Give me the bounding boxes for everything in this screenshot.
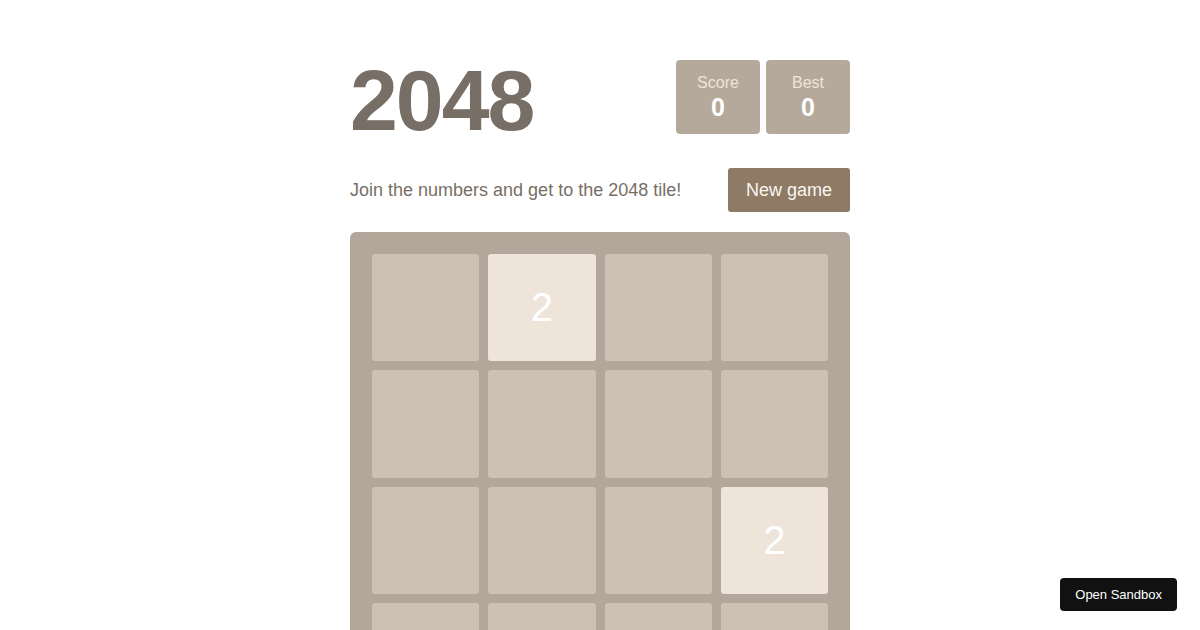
board[interactable]: 22 — [350, 232, 850, 630]
empty-cell — [372, 254, 479, 361]
game-container: 2048 Score 0 Best 0 Join the numbers and… — [350, 0, 850, 630]
empty-cell — [372, 603, 479, 630]
tile-2: 2 — [721, 487, 828, 594]
best-label: Best — [792, 73, 824, 93]
score-panel: Score 0 Best 0 — [676, 60, 850, 134]
tile-2: 2 — [488, 254, 595, 361]
empty-cell — [488, 603, 595, 630]
empty-cell — [488, 487, 595, 594]
best-value: 0 — [801, 93, 815, 122]
score-box: Score 0 — [676, 60, 760, 134]
empty-cell — [605, 254, 712, 361]
empty-cell — [605, 487, 712, 594]
game-tagline: Join the numbers and get to the 2048 til… — [350, 180, 681, 201]
empty-cell — [721, 370, 828, 477]
empty-cell — [488, 370, 595, 477]
empty-cell — [605, 370, 712, 477]
header: 2048 Score 0 Best 0 — [350, 60, 850, 140]
page-title: 2048 — [350, 60, 533, 140]
best-box: Best 0 — [766, 60, 850, 134]
score-value: 0 — [711, 93, 725, 122]
empty-cell — [721, 254, 828, 361]
open-sandbox-button[interactable]: Open Sandbox — [1060, 578, 1177, 611]
empty-cell — [372, 370, 479, 477]
empty-cell — [721, 603, 828, 630]
sub-header: Join the numbers and get to the 2048 til… — [350, 168, 850, 212]
empty-cell — [605, 603, 712, 630]
empty-cell — [372, 487, 479, 594]
score-label: Score — [697, 73, 739, 93]
new-game-button[interactable]: New game — [728, 168, 850, 212]
